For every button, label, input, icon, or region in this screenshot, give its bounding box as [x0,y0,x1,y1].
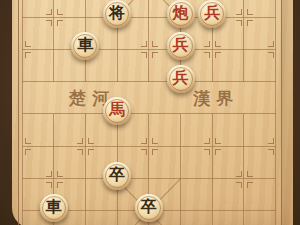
piece-black-soldier-9[interactable]: 卒 [135,194,163,222]
file-line-1-top [53,0,54,82]
point-marker-f7r7-tr [247,171,253,177]
piece-red-cannon-1[interactable]: 炮 [167,0,195,28]
point-marker-f0r6-tr [25,138,31,144]
point-marker-f1r2-tr [57,9,63,15]
point-marker-f1r7-tl [46,171,52,177]
file-line-7-bottom [243,114,244,225]
point-marker-f6r3-br [215,52,221,58]
piece-character: 馬 [109,102,125,118]
point-marker-f2r6-tr [88,138,94,144]
piece-red-soldier-4[interactable]: 兵 [167,32,195,60]
file-line-8 [275,0,276,225]
file-line-6-bottom [212,114,213,225]
point-marker-f6r6-br [215,149,221,155]
piece-character: 兵 [173,37,189,53]
point-marker-f7r2-tr [247,9,253,15]
piece-character: 車 [46,199,62,215]
file-line-0 [22,0,23,225]
board-right-edge-shading [282,0,293,225]
piece-character: 卒 [141,199,157,215]
point-marker-f4r3-tr [152,41,158,47]
piece-red-soldier-5[interactable]: 兵 [167,65,195,93]
point-marker-f2r6-tl [77,138,83,144]
point-marker-f6r3-bl [204,52,210,58]
point-marker-f7r7-tl [236,171,242,177]
piece-character: 兵 [204,5,220,21]
point-marker-f1r7-br [57,182,63,188]
point-marker-f7r7-bl [236,182,242,188]
piece-character: 兵 [173,70,189,86]
point-marker-f4r3-bl [141,52,147,58]
piece-character: 炮 [173,5,189,21]
point-marker-f6r6-tl [204,138,210,144]
xiangqi-screen: 楚河 漢界 将炮兵車兵兵馬卒車卒 [0,0,300,225]
point-marker-f8r3-bl [268,52,274,58]
point-marker-f2r6-bl [77,149,83,155]
point-marker-f6r6-tr [215,138,221,144]
point-marker-f8r6-tl [268,138,274,144]
point-marker-f6r3-tr [215,41,221,47]
point-marker-f7r2-tl [236,9,242,15]
point-marker-f8r3-tl [268,41,274,47]
point-marker-f7r7-br [247,182,253,188]
point-marker-f4r3-tl [141,41,147,47]
point-marker-f0r3-br [25,52,31,58]
file-line-7-top [243,0,244,82]
point-marker-f0r3-tr [25,41,31,47]
point-marker-f6r3-tl [204,41,210,47]
file-line-4-top [148,0,149,82]
file-line-5-bottom [180,114,181,225]
point-marker-f2r6-br [88,149,94,155]
point-marker-f6r6-bl [204,149,210,155]
point-marker-f7r2-bl [236,20,242,26]
piece-red-soldier-2[interactable]: 兵 [198,0,226,28]
point-marker-f1r2-bl [46,20,52,26]
point-marker-f1r7-tr [57,171,63,177]
board-border-left [18,0,19,225]
river-label-right: 漢界 [193,87,239,110]
piece-red-horse-6[interactable]: 馬 [103,97,131,125]
point-marker-f4r6-tr [152,138,158,144]
piece-black-soldier-7[interactable]: 卒 [103,162,131,190]
piece-black-general-0[interactable]: 将 [103,0,131,28]
board-border-right [281,0,282,225]
piece-character: 卒 [109,167,125,183]
point-marker-f0r6-br [25,149,31,155]
point-marker-f1r2-tl [46,9,52,15]
point-marker-f1r7-bl [46,182,52,188]
point-marker-f8r6-bl [268,149,274,155]
piece-character: 車 [77,37,93,53]
point-marker-f7r2-br [247,20,253,26]
point-marker-f4r3-br [152,52,158,58]
point-marker-f1r2-br [57,20,63,26]
file-line-2-bottom [85,114,86,225]
piece-character: 将 [109,5,125,21]
point-marker-f4r6-br [152,149,158,155]
point-marker-f4r6-tl [141,138,147,144]
piece-black-chariot-8[interactable]: 車 [40,194,68,222]
point-marker-f4r6-bl [141,149,147,155]
